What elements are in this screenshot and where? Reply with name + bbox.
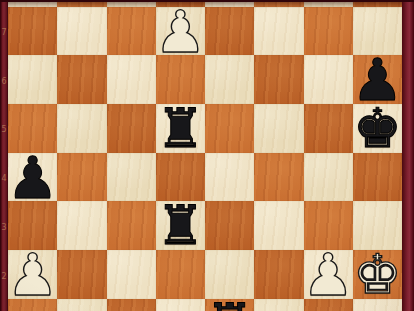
square-d3[interactable]: ♜ xyxy=(156,201,205,250)
rank-label-2: 2 xyxy=(0,273,8,281)
square-f1[interactable] xyxy=(254,299,303,311)
white-king-h2[interactable]: ♚ xyxy=(353,250,402,299)
square-f4[interactable] xyxy=(254,153,303,202)
white-pawn-a2[interactable]: ♟ xyxy=(8,250,57,299)
square-d7[interactable]: ♟ xyxy=(156,7,205,56)
square-g5[interactable] xyxy=(304,104,353,153)
black-king-h5[interactable]: ♚ xyxy=(353,104,402,153)
board-frame-left xyxy=(0,0,8,311)
square-h2[interactable]: ♚ xyxy=(353,250,402,299)
square-e1[interactable]: ♜ xyxy=(205,299,254,311)
square-e4[interactable] xyxy=(205,153,254,202)
square-a4[interactable]: ♟ xyxy=(8,153,57,202)
square-d1[interactable] xyxy=(156,299,205,311)
square-e3[interactable] xyxy=(205,201,254,250)
square-b1[interactable] xyxy=(57,299,106,311)
square-a7[interactable] xyxy=(8,7,57,56)
square-a6[interactable] xyxy=(8,55,57,104)
white-pawn-g2[interactable]: ♟ xyxy=(304,250,353,299)
square-b4[interactable] xyxy=(57,153,106,202)
square-d2[interactable] xyxy=(156,250,205,299)
square-g2[interactable]: ♟ xyxy=(304,250,353,299)
square-c6[interactable] xyxy=(107,55,156,104)
square-c4[interactable] xyxy=(107,153,156,202)
chess-board-screenshot: ♟♟♜♚♟♜♟♟♚♜ 765432 xyxy=(0,0,414,311)
black-pawn-a4[interactable]: ♟ xyxy=(8,153,57,202)
square-c3[interactable] xyxy=(107,201,156,250)
square-g6[interactable] xyxy=(304,55,353,104)
black-rook-e1[interactable]: ♜ xyxy=(205,299,254,311)
rank-label-5: 5 xyxy=(0,126,8,134)
rank-label-4: 4 xyxy=(0,175,8,183)
white-pawn-d7[interactable]: ♟ xyxy=(156,7,205,56)
board-frame-right xyxy=(402,0,414,311)
square-h5[interactable]: ♚ xyxy=(353,104,402,153)
square-b5[interactable] xyxy=(57,104,106,153)
square-f3[interactable] xyxy=(254,201,303,250)
square-b2[interactable] xyxy=(57,250,106,299)
square-b3[interactable] xyxy=(57,201,106,250)
rank-label-6: 6 xyxy=(0,78,8,86)
black-rook-d5[interactable]: ♜ xyxy=(156,104,205,153)
square-b6[interactable] xyxy=(57,55,106,104)
square-f7[interactable] xyxy=(254,7,303,56)
square-g4[interactable] xyxy=(304,153,353,202)
square-e5[interactable] xyxy=(205,104,254,153)
square-d5[interactable]: ♜ xyxy=(156,104,205,153)
square-f5[interactable] xyxy=(254,104,303,153)
square-c7[interactable] xyxy=(107,7,156,56)
chess-board: ♟♟♜♚♟♜♟♟♚♜ xyxy=(8,0,402,311)
square-c2[interactable] xyxy=(107,250,156,299)
square-b7[interactable] xyxy=(57,7,106,56)
square-h4[interactable] xyxy=(353,153,402,202)
square-g7[interactable] xyxy=(304,7,353,56)
square-f2[interactable] xyxy=(254,250,303,299)
square-f6[interactable] xyxy=(254,55,303,104)
square-a2[interactable]: ♟ xyxy=(8,250,57,299)
rank-label-3: 3 xyxy=(0,224,8,232)
square-c1[interactable] xyxy=(107,299,156,311)
black-rook-d3[interactable]: ♜ xyxy=(156,201,205,250)
board-frame-top xyxy=(0,0,414,2)
square-e7[interactable] xyxy=(205,7,254,56)
rank-label-7: 7 xyxy=(0,29,8,37)
square-c5[interactable] xyxy=(107,104,156,153)
square-e6[interactable] xyxy=(205,55,254,104)
